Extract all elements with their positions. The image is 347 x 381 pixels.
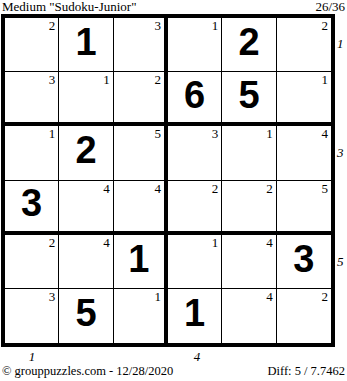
cell-r1c2[interactable]: 1 <box>59 18 113 72</box>
cell-r6c5[interactable]: 4 <box>222 289 276 343</box>
corner-mark: 2 <box>266 181 273 196</box>
cell-r1c1[interactable]: 2 <box>5 18 59 72</box>
cell-r3c6[interactable]: 4 <box>277 126 331 180</box>
cell-r2c3[interactable]: 2 <box>114 72 168 126</box>
corner-mark: 1 <box>212 18 219 33</box>
cell-r6c6[interactable]: 2 <box>277 289 331 343</box>
puzzle-page: Medium "Sudoku-Junior" 26/36 21312231265… <box>0 0 347 381</box>
corner-mark: 1 <box>49 126 56 141</box>
cell-r5c4[interactable]: 1 <box>168 235 222 289</box>
corner-mark: 3 <box>49 289 56 304</box>
col-label-4: 4 <box>189 349 205 365</box>
cell-r2c4[interactable]: 6 <box>168 72 222 126</box>
progress-counter: 26/36 <box>315 0 345 14</box>
given-digit: 1 <box>128 240 149 283</box>
cell-r2c5[interactable]: 5 <box>222 72 276 126</box>
corner-mark: 4 <box>266 289 273 304</box>
cell-r4c5[interactable]: 2 <box>222 181 276 235</box>
given-digit: 1 <box>75 23 96 66</box>
given-digit: 3 <box>293 240 314 283</box>
cell-r5c6[interactable]: 3 <box>277 235 331 289</box>
corner-mark: 3 <box>154 18 161 33</box>
cell-r3c5[interactable]: 1 <box>222 126 276 180</box>
cell-r6c1[interactable]: 3 <box>5 289 59 343</box>
cell-r6c2[interactable]: 5 <box>59 289 113 343</box>
cell-r4c2[interactable]: 4 <box>59 181 113 235</box>
cell-r1c5[interactable]: 2 <box>222 18 276 72</box>
cell-r3c2[interactable]: 2 <box>59 126 113 180</box>
row-label-1: 1 <box>337 36 347 52</box>
cell-r3c3[interactable]: 5 <box>114 126 168 180</box>
given-digit: 5 <box>75 294 96 337</box>
cell-r1c4[interactable]: 1 <box>168 18 222 72</box>
cell-r3c4[interactable]: 3 <box>168 126 222 180</box>
cell-r3c1[interactable]: 1 <box>5 126 59 180</box>
corner-mark: 2 <box>154 72 161 87</box>
corner-mark: 5 <box>154 126 161 141</box>
cell-r4c6[interactable]: 5 <box>277 181 331 235</box>
cell-r1c6[interactable]: 2 <box>277 18 331 72</box>
corner-mark: 3 <box>49 72 56 87</box>
corner-mark: 2 <box>49 18 56 33</box>
corner-mark: 2 <box>321 289 328 304</box>
row-label-5: 5 <box>337 254 347 270</box>
corner-mark: 4 <box>321 126 328 141</box>
corner-mark: 4 <box>154 181 161 196</box>
corner-mark: 1 <box>103 72 110 87</box>
cell-r4c3[interactable]: 4 <box>114 181 168 235</box>
given-digit: 6 <box>184 76 205 119</box>
cell-r1c3[interactable]: 3 <box>114 18 168 72</box>
cell-r6c3[interactable]: 1 <box>114 289 168 343</box>
corner-mark: 2 <box>49 235 56 250</box>
given-digit: 2 <box>75 131 96 174</box>
copyright-text: © grouppuzzles.com - 12/28/2020 <box>2 364 173 379</box>
cell-r5c3[interactable]: 1 <box>114 235 168 289</box>
corner-mark: 2 <box>321 18 328 33</box>
row-label-3: 3 <box>337 145 347 161</box>
difficulty-text: Diff: 5 / 7.7462 <box>267 364 345 379</box>
sudoku-board: 213122312651125314344225241143351142 <box>1 14 335 347</box>
corner-mark: 4 <box>266 235 273 250</box>
cell-r5c5[interactable]: 4 <box>222 235 276 289</box>
col-label-1: 1 <box>24 349 40 365</box>
cell-r2c2[interactable]: 1 <box>59 72 113 126</box>
puzzle-title: Medium "Sudoku-Junior" <box>2 0 136 14</box>
given-digit: 2 <box>238 23 259 66</box>
cell-r2c1[interactable]: 3 <box>5 72 59 126</box>
corner-mark: 4 <box>103 235 110 250</box>
corner-mark: 4 <box>103 181 110 196</box>
cell-r5c1[interactable]: 2 <box>5 235 59 289</box>
given-digit: 1 <box>184 294 205 337</box>
cell-r4c4[interactable]: 2 <box>168 181 222 235</box>
given-digit: 3 <box>21 184 42 227</box>
corner-mark: 1 <box>266 126 273 141</box>
given-digit: 5 <box>238 76 259 119</box>
cell-r2c6[interactable]: 1 <box>277 72 331 126</box>
cell-r5c2[interactable]: 4 <box>59 235 113 289</box>
corner-mark: 3 <box>212 126 219 141</box>
cell-r4c1[interactable]: 3 <box>5 181 59 235</box>
corner-mark: 1 <box>321 72 328 87</box>
corner-mark: 5 <box>321 181 328 196</box>
cell-r6c4[interactable]: 1 <box>168 289 222 343</box>
corner-mark: 2 <box>212 181 219 196</box>
corner-mark: 1 <box>154 289 161 304</box>
corner-mark: 1 <box>212 235 219 250</box>
